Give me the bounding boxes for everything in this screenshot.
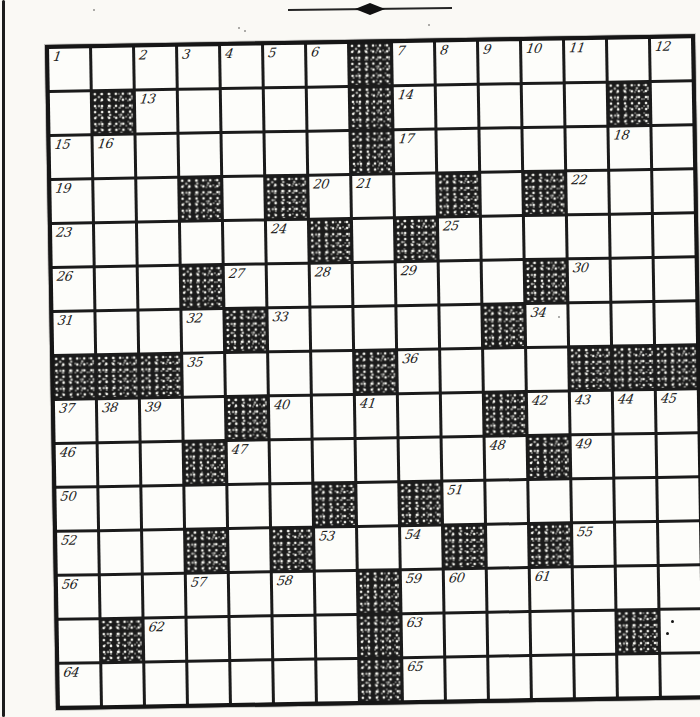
cell-r13c3[interactable] <box>144 575 185 617</box>
cell-r13c13[interactable] <box>574 568 615 610</box>
cell-r12c3[interactable] <box>143 531 184 573</box>
cell-r7c6[interactable]: 33 <box>268 309 309 351</box>
ink-speck <box>166 397 168 399</box>
cell-r9c14[interactable]: 44 <box>614 391 655 433</box>
crossword-grid: 1234567891011121314151617181920212223242… <box>45 34 700 710</box>
cell-r2c11[interactable] <box>480 85 521 127</box>
cell-r2c3[interactable]: 13 <box>136 91 177 133</box>
black-cell-r7c5 <box>225 309 266 351</box>
cell-r7c1[interactable]: 31 <box>53 312 94 354</box>
clue-number-25: 25 <box>441 219 458 233</box>
cell-r3c10[interactable] <box>437 130 478 172</box>
cell-r3c6[interactable] <box>265 133 306 175</box>
cell-r7c14[interactable] <box>612 303 653 345</box>
cell-r1c2[interactable] <box>92 48 133 90</box>
clue-number-12: 12 <box>654 40 671 54</box>
cell-r14c9[interactable]: 63 <box>403 614 444 656</box>
clue-number-7: 7 <box>396 44 405 58</box>
cell-r12c7[interactable]: 53 <box>315 528 356 570</box>
cell-r7c9[interactable] <box>397 307 438 349</box>
black-cell-r4c12 <box>524 172 565 214</box>
cell-r1c7[interactable]: 6 <box>307 44 348 86</box>
black-cell-r2c14 <box>609 83 650 125</box>
black-cell-r8c3 <box>140 355 181 397</box>
black-cell-r4c6 <box>266 177 307 219</box>
cell-r13c11[interactable] <box>488 569 529 611</box>
cell-r13c1[interactable]: 56 <box>58 576 99 618</box>
black-cell-r11c9 <box>400 483 441 525</box>
black-cell-r2c8 <box>351 87 392 129</box>
clue-number-37: 37 <box>57 402 74 416</box>
clue-number-2: 2 <box>138 48 147 62</box>
cell-r3c13[interactable] <box>566 128 607 170</box>
cell-r14c3[interactable]: 62 <box>145 619 186 661</box>
cell-r6c5[interactable]: 27 <box>225 265 266 307</box>
ink-speck <box>666 632 669 635</box>
clue-number-57: 57 <box>189 575 206 589</box>
cell-r9c10[interactable] <box>442 394 483 436</box>
clue-number-4: 4 <box>224 47 233 61</box>
cell-r14c11[interactable] <box>488 613 529 655</box>
black-cell-r10c4 <box>185 442 226 484</box>
ink-speck <box>238 27 240 29</box>
cell-r12c2[interactable] <box>100 531 141 573</box>
cell-r4c14[interactable] <box>610 171 651 213</box>
cell-r15c12[interactable] <box>532 656 573 698</box>
clue-number-42: 42 <box>530 394 547 408</box>
cell-r15c9[interactable]: 65 <box>403 658 444 700</box>
ink-speck <box>671 620 674 623</box>
clue-number-55: 55 <box>576 525 593 539</box>
black-cell-r3c8 <box>351 131 392 173</box>
cell-r3c7[interactable] <box>308 132 349 174</box>
cell-r3c4[interactable] <box>180 134 221 176</box>
black-cell-r8c13 <box>570 348 611 390</box>
clue-number-27: 27 <box>227 267 244 281</box>
cell-r1c15[interactable]: 12 <box>651 38 692 80</box>
cell-r9c3[interactable]: 39 <box>141 399 182 441</box>
cell-r3c15[interactable] <box>652 126 693 168</box>
cell-r11c10[interactable]: 51 <box>443 482 484 524</box>
cell-r11c3[interactable] <box>142 487 183 529</box>
black-cell-r11c7 <box>314 484 355 526</box>
cell-r11c6[interactable] <box>271 485 312 527</box>
cell-r13c5[interactable] <box>230 573 271 615</box>
clue-number-41: 41 <box>358 397 375 411</box>
cell-r5c8[interactable] <box>353 219 394 261</box>
cell-r6c10[interactable] <box>440 262 481 304</box>
black-cell-r4c10 <box>438 174 479 216</box>
clue-number-21: 21 <box>355 177 372 191</box>
cell-r12c5[interactable] <box>229 529 270 571</box>
clue-number-19: 19 <box>54 182 71 196</box>
clue-number-31: 31 <box>56 314 73 328</box>
cell-r1c14[interactable] <box>608 39 649 81</box>
cell-r7c13[interactable] <box>569 304 610 346</box>
cell-r2c5[interactable] <box>222 89 263 131</box>
cell-r5c4[interactable] <box>181 222 222 264</box>
cell-r13c14[interactable] <box>617 567 658 609</box>
cell-r2c10[interactable] <box>437 86 478 128</box>
clue-number-26: 26 <box>55 270 72 284</box>
cell-r13c10[interactable]: 60 <box>445 570 486 612</box>
cell-r3c11[interactable] <box>480 129 521 171</box>
cell-r4c7[interactable]: 20 <box>309 176 350 218</box>
cell-r14c5[interactable] <box>231 617 272 659</box>
black-cell-r14c2 <box>102 619 143 661</box>
black-cell-r8c8 <box>355 351 396 393</box>
cell-r3c5[interactable] <box>223 133 264 175</box>
cell-r6c8[interactable] <box>354 263 395 305</box>
cell-r6c6[interactable] <box>268 265 309 307</box>
cell-r5c1[interactable]: 23 <box>52 224 93 266</box>
cell-r9c13[interactable]: 43 <box>571 392 612 434</box>
cell-r1c10[interactable]: 8 <box>436 42 477 84</box>
black-cell-r13c8 <box>359 571 400 613</box>
clue-number-38: 38 <box>100 401 117 415</box>
clue-number-14: 14 <box>396 88 413 102</box>
clue-number-47: 47 <box>230 443 247 457</box>
section-divider <box>288 0 452 20</box>
cell-r13c9[interactable]: 59 <box>402 570 443 612</box>
cell-r11c2[interactable] <box>99 487 140 529</box>
cell-r9c6[interactable]: 40 <box>270 397 311 439</box>
cell-r10c6[interactable] <box>271 441 312 483</box>
clue-number-9: 9 <box>482 43 491 57</box>
clue-number-65: 65 <box>406 660 423 674</box>
cell-r15c14[interactable] <box>618 655 659 697</box>
cell-r11c14[interactable] <box>615 479 656 521</box>
cell-r4c11[interactable] <box>481 173 522 215</box>
cell-r15c4[interactable] <box>188 662 229 704</box>
cell-r15c6[interactable] <box>274 661 315 703</box>
cell-r7c2[interactable] <box>96 312 137 354</box>
cell-r6c15[interactable] <box>655 258 696 300</box>
cell-r3c3[interactable] <box>137 135 178 177</box>
cell-r3c14[interactable]: 18 <box>609 127 650 169</box>
clue-number-17: 17 <box>397 132 414 146</box>
cell-r6c1[interactable]: 26 <box>53 268 94 310</box>
cell-r10c9[interactable] <box>400 439 441 481</box>
cell-r14c7[interactable] <box>317 616 358 658</box>
cell-r13c4[interactable]: 57 <box>187 574 228 616</box>
cell-r14c1[interactable] <box>59 620 100 662</box>
clue-number-20: 20 <box>312 177 329 191</box>
clue-number-54: 54 <box>404 528 421 542</box>
cell-r9c1[interactable]: 37 <box>55 400 96 442</box>
cell-r15c2[interactable] <box>102 663 143 705</box>
black-cell-r12c10 <box>444 526 485 568</box>
cell-r8c7[interactable] <box>312 352 353 394</box>
cell-r15c15[interactable] <box>661 654 700 696</box>
black-cell-r5c9 <box>396 219 437 261</box>
cell-r1c4[interactable]: 3 <box>178 46 219 88</box>
cell-r2c7[interactable] <box>308 88 349 130</box>
cell-r10c15[interactable] <box>658 434 699 476</box>
clue-number-23: 23 <box>55 226 72 240</box>
black-cell-r15c8 <box>360 659 401 701</box>
cell-r4c2[interactable] <box>94 180 135 222</box>
cell-r15c1[interactable]: 64 <box>59 664 100 706</box>
black-cell-r12c12 <box>530 524 571 566</box>
cell-r13c7[interactable] <box>316 572 357 614</box>
clue-number-48: 48 <box>488 438 505 452</box>
clue-number-53: 53 <box>318 529 335 543</box>
clue-number-40: 40 <box>272 398 289 412</box>
black-cell-r8c1 <box>54 356 95 398</box>
cell-r4c15[interactable] <box>653 170 694 212</box>
clue-number-13: 13 <box>138 92 155 106</box>
clue-number-39: 39 <box>143 400 160 414</box>
cell-r2c6[interactable] <box>265 89 306 131</box>
clue-number-28: 28 <box>313 265 330 279</box>
cell-r5c14[interactable] <box>611 215 652 257</box>
black-cell-r8c2 <box>97 356 138 398</box>
cell-r10c10[interactable] <box>443 438 484 480</box>
clue-number-52: 52 <box>60 534 77 548</box>
cell-r5c5[interactable] <box>224 221 265 263</box>
cell-r10c7[interactable] <box>314 440 355 482</box>
cell-r4c1[interactable]: 19 <box>51 180 92 222</box>
cell-r4c9[interactable] <box>395 175 436 217</box>
clue-number-61: 61 <box>533 570 550 584</box>
cell-r15c10[interactable] <box>446 658 487 700</box>
cell-r4c3[interactable] <box>137 179 178 221</box>
clue-number-63: 63 <box>405 616 422 630</box>
cell-r14c6[interactable] <box>274 617 315 659</box>
cell-r13c2[interactable] <box>101 575 142 617</box>
ink-speck <box>180 704 182 706</box>
clue-number-46: 46 <box>58 446 75 460</box>
black-cell-r1c8 <box>350 43 391 85</box>
cell-r4c8[interactable]: 21 <box>352 175 393 217</box>
cell-r7c12[interactable]: 34 <box>526 304 567 346</box>
cell-r8c9[interactable]: 36 <box>398 351 439 393</box>
cell-r14c10[interactable] <box>445 614 486 656</box>
cell-r15c7[interactable] <box>317 660 358 702</box>
clue-number-45: 45 <box>659 392 676 406</box>
cell-r11c15[interactable] <box>658 478 699 520</box>
cell-r7c8[interactable] <box>354 307 395 349</box>
cell-r15c11[interactable] <box>489 657 530 699</box>
clue-number-8: 8 <box>439 43 448 57</box>
black-cell-r8c15 <box>656 346 697 388</box>
black-cell-r12c6 <box>272 529 313 571</box>
cell-r3c12[interactable] <box>523 128 564 170</box>
cell-r9c2[interactable]: 38 <box>98 400 139 442</box>
cell-r3c2[interactable]: 16 <box>94 136 135 178</box>
cell-r8c5[interactable] <box>226 353 267 395</box>
cell-r5c11[interactable] <box>482 217 523 259</box>
cell-r9c12[interactable]: 42 <box>528 392 569 434</box>
cell-r11c1[interactable]: 50 <box>56 488 97 530</box>
cell-r10c14[interactable] <box>615 435 656 477</box>
cell-r11c4[interactable] <box>185 486 226 528</box>
cell-r8c6[interactable] <box>269 353 310 395</box>
cell-r11c11[interactable] <box>486 481 527 523</box>
cell-r9c15[interactable]: 45 <box>657 390 698 432</box>
divider-diamond-icon <box>355 3 385 15</box>
black-cell-r14c8 <box>360 615 401 657</box>
page-border-line <box>2 0 5 717</box>
cell-r6c13[interactable]: 30 <box>569 260 610 302</box>
black-cell-r5c7 <box>310 220 351 262</box>
cell-r7c10[interactable] <box>440 306 481 348</box>
clue-number-36: 36 <box>401 352 418 366</box>
cell-r1c12[interactable]: 10 <box>522 40 563 82</box>
cell-r2c9[interactable]: 14 <box>394 87 435 129</box>
cell-r6c3[interactable] <box>139 267 180 309</box>
cell-r2c12[interactable] <box>523 84 564 126</box>
clue-number-10: 10 <box>525 42 542 56</box>
clue-number-32: 32 <box>185 311 202 325</box>
clue-number-60: 60 <box>447 571 464 585</box>
cell-r1c3[interactable]: 2 <box>135 47 176 89</box>
cell-r10c13[interactable]: 49 <box>572 436 613 478</box>
cell-r6c9[interactable]: 29 <box>397 263 438 305</box>
cell-r5c6[interactable]: 24 <box>267 221 308 263</box>
clue-number-18: 18 <box>612 128 629 142</box>
clue-number-50: 50 <box>59 490 76 504</box>
cell-r11c8[interactable] <box>357 483 398 525</box>
cell-r5c13[interactable] <box>568 216 609 258</box>
clue-number-59: 59 <box>404 572 421 586</box>
cell-r8c12[interactable] <box>527 348 568 390</box>
cell-r7c7[interactable] <box>311 308 352 350</box>
clue-number-5: 5 <box>267 46 276 60</box>
cell-r7c3[interactable] <box>139 311 180 353</box>
black-cell-r7c11 <box>483 305 524 347</box>
cell-r5c2[interactable] <box>95 224 136 266</box>
cell-r3c9[interactable]: 17 <box>394 131 435 173</box>
ink-speck <box>93 9 95 11</box>
ink-speck <box>244 30 246 32</box>
cell-r6c7[interactable]: 28 <box>311 264 352 306</box>
cell-r9c9[interactable] <box>399 395 440 437</box>
cell-r15c13[interactable] <box>575 656 616 698</box>
clue-number-24: 24 <box>269 222 286 236</box>
cell-r12c9[interactable]: 54 <box>401 526 442 568</box>
cell-r10c11[interactable]: 48 <box>486 437 527 479</box>
cell-r14c12[interactable] <box>531 612 572 654</box>
clue-number-44: 44 <box>616 392 633 406</box>
cell-r13c12[interactable]: 61 <box>531 568 572 610</box>
clue-number-30: 30 <box>571 261 588 275</box>
cell-r7c4[interactable]: 32 <box>182 310 223 352</box>
cell-r10c2[interactable] <box>99 444 140 486</box>
clue-number-56: 56 <box>60 578 77 592</box>
cell-r1c1[interactable]: 1 <box>49 48 90 90</box>
cell-r1c5[interactable]: 4 <box>221 45 262 87</box>
clue-number-34: 34 <box>529 306 546 320</box>
cell-r10c1[interactable]: 46 <box>56 444 97 486</box>
cell-r10c3[interactable] <box>142 443 183 485</box>
cell-r11c12[interactable] <box>529 480 570 522</box>
cell-r4c13[interactable]: 22 <box>567 172 608 214</box>
black-cell-r6c4 <box>182 266 223 308</box>
cell-r12c8[interactable] <box>358 527 399 569</box>
clue-number-11: 11 <box>568 41 585 55</box>
clue-number-64: 64 <box>62 666 79 680</box>
cell-r15c3[interactable] <box>145 663 186 705</box>
cell-r9c4[interactable] <box>184 398 225 440</box>
cell-r9c8[interactable]: 41 <box>356 395 397 437</box>
cell-r12c15[interactable] <box>659 522 700 564</box>
clue-number-22: 22 <box>570 173 587 187</box>
cell-r12c14[interactable] <box>616 523 657 565</box>
cell-r8c11[interactable] <box>484 349 525 391</box>
cell-r2c1[interactable] <box>50 92 91 134</box>
cell-r1c9[interactable]: 7 <box>393 43 434 85</box>
cell-r3c1[interactable]: 15 <box>51 136 92 178</box>
black-cell-r9c11 <box>485 393 526 435</box>
cell-r13c6[interactable]: 58 <box>273 573 314 615</box>
cell-r8c10[interactable] <box>441 350 482 392</box>
clue-number-29: 29 <box>399 264 416 278</box>
cell-r4c5[interactable] <box>223 177 264 219</box>
cell-r10c8[interactable] <box>357 439 398 481</box>
cell-r5c15[interactable] <box>654 214 695 256</box>
black-cell-r4c4 <box>180 178 221 220</box>
cell-r2c4[interactable] <box>179 90 220 132</box>
cell-r6c11[interactable] <box>483 261 524 303</box>
cell-r8c4[interactable]: 35 <box>183 354 224 396</box>
cell-r11c5[interactable] <box>228 485 269 527</box>
clue-number-15: 15 <box>53 138 70 152</box>
black-cell-r12c4 <box>186 530 227 572</box>
clue-number-35: 35 <box>186 355 203 369</box>
cell-r1c11[interactable]: 9 <box>479 41 520 83</box>
black-cell-r2c2 <box>93 92 134 134</box>
cell-r2c15[interactable] <box>652 82 693 124</box>
cell-r7c15[interactable] <box>655 302 696 344</box>
cell-r13c15[interactable] <box>660 566 700 608</box>
clue-number-43: 43 <box>573 393 590 407</box>
cell-r6c14[interactable] <box>612 259 653 301</box>
clue-number-16: 16 <box>96 137 113 151</box>
cell-r10c5[interactable]: 47 <box>228 441 269 483</box>
cell-r9c7[interactable] <box>313 396 354 438</box>
clue-number-33: 33 <box>271 310 288 324</box>
cell-r6c2[interactable] <box>96 268 137 310</box>
cell-r5c12[interactable] <box>525 216 566 258</box>
cell-r12c11[interactable] <box>487 525 528 567</box>
clue-number-62: 62 <box>147 620 164 634</box>
cell-r5c10[interactable]: 25 <box>439 218 480 260</box>
cell-r5c3[interactable] <box>138 223 179 265</box>
cell-r15c5[interactable] <box>231 661 272 703</box>
black-cell-r8c14 <box>613 347 654 389</box>
cell-r2c13[interactable] <box>566 84 607 126</box>
clue-number-3: 3 <box>181 48 190 62</box>
ink-speck <box>428 24 430 26</box>
black-cell-r14c14 <box>617 611 658 653</box>
clue-number-1: 1 <box>52 50 61 64</box>
cell-r14c4[interactable] <box>188 618 229 660</box>
black-cell-r6c12 <box>526 260 567 302</box>
clue-number-58: 58 <box>275 574 292 588</box>
cell-r12c1[interactable]: 52 <box>57 532 98 574</box>
clue-number-6: 6 <box>310 45 319 59</box>
clue-number-51: 51 <box>446 483 463 497</box>
cell-r1c13[interactable]: 11 <box>565 40 606 82</box>
cell-r1c6[interactable]: 5 <box>264 45 305 87</box>
cell-r12c13[interactable]: 55 <box>573 524 614 566</box>
cell-r11c13[interactable] <box>572 480 613 522</box>
cell-r14c13[interactable] <box>574 612 615 654</box>
ink-speck <box>558 316 560 318</box>
black-cell-r10c12 <box>529 436 570 478</box>
